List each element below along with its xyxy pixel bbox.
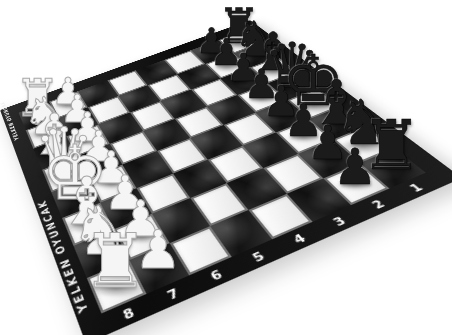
product-photo-canvas: 87654321 YELKEN OYUNCAK YELKEN OYUNCAK ♜… (0, 0, 452, 335)
chess-mat: 87654321 YELKEN OYUNCAK YELKEN OYUNCAK (0, 20, 452, 335)
